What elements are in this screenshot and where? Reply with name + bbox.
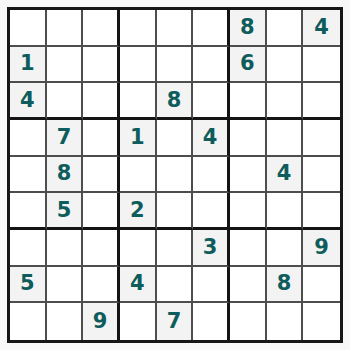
cell-r2c2[interactable] — [47, 47, 84, 84]
cell-r8c3[interactable] — [83, 267, 120, 304]
cell-r3c3[interactable] — [83, 83, 120, 120]
cell-r9c6[interactable] — [193, 303, 230, 340]
cell-r1c1[interactable] — [10, 10, 47, 47]
cell-r6c2[interactable]: 5 — [47, 193, 84, 230]
cell-r5c1[interactable] — [10, 157, 47, 194]
cell-r5c9[interactable] — [303, 157, 340, 194]
cell-r6c3[interactable] — [83, 193, 120, 230]
cell-r7c6[interactable]: 3 — [193, 230, 230, 267]
cell-r9c3[interactable]: 9 — [83, 303, 120, 340]
cell-r4c4[interactable]: 1 — [120, 120, 157, 157]
cell-r3c4[interactable] — [120, 83, 157, 120]
cell-r9c9[interactable] — [303, 303, 340, 340]
cell-r7c1[interactable] — [10, 230, 47, 267]
cell-r7c7[interactable] — [230, 230, 267, 267]
cell-r4c7[interactable] — [230, 120, 267, 157]
cell-r1c2[interactable] — [47, 10, 84, 47]
cell-r6c1[interactable] — [10, 193, 47, 230]
cell-r2c9[interactable] — [303, 47, 340, 84]
cell-r9c4[interactable] — [120, 303, 157, 340]
cell-r3c9[interactable] — [303, 83, 340, 120]
cell-r8c7[interactable] — [230, 267, 267, 304]
cell-r2c5[interactable] — [157, 47, 194, 84]
cell-r1c4[interactable] — [120, 10, 157, 47]
cell-r1c5[interactable] — [157, 10, 194, 47]
cell-r5c3[interactable] — [83, 157, 120, 194]
cell-r8c8[interactable]: 8 — [267, 267, 304, 304]
cell-r2c1[interactable]: 1 — [10, 47, 47, 84]
cell-r2c4[interactable] — [120, 47, 157, 84]
cell-r6c8[interactable] — [267, 193, 304, 230]
cell-r6c5[interactable] — [157, 193, 194, 230]
cell-r4c3[interactable] — [83, 120, 120, 157]
cell-r8c4[interactable]: 4 — [120, 267, 157, 304]
cell-r2c3[interactable] — [83, 47, 120, 84]
cell-r5c5[interactable] — [157, 157, 194, 194]
cell-r9c5[interactable]: 7 — [157, 303, 194, 340]
cell-r1c8[interactable] — [267, 10, 304, 47]
cell-r5c6[interactable] — [193, 157, 230, 194]
cell-r1c7[interactable]: 8 — [230, 10, 267, 47]
cell-r5c7[interactable] — [230, 157, 267, 194]
cell-r6c6[interactable] — [193, 193, 230, 230]
cell-r9c1[interactable] — [10, 303, 47, 340]
cell-r7c5[interactable] — [157, 230, 194, 267]
cell-r3c1[interactable]: 4 — [10, 83, 47, 120]
cell-r8c9[interactable] — [303, 267, 340, 304]
cell-r1c6[interactable] — [193, 10, 230, 47]
cell-r4c2[interactable]: 7 — [47, 120, 84, 157]
cell-r5c4[interactable] — [120, 157, 157, 194]
cell-r4c6[interactable]: 4 — [193, 120, 230, 157]
cell-r3c6[interactable] — [193, 83, 230, 120]
cell-r5c2[interactable]: 8 — [47, 157, 84, 194]
cell-r4c1[interactable] — [10, 120, 47, 157]
cell-r7c4[interactable] — [120, 230, 157, 267]
cell-r4c5[interactable] — [157, 120, 194, 157]
cell-r5c8[interactable]: 4 — [267, 157, 304, 194]
cell-r3c2[interactable] — [47, 83, 84, 120]
cell-r1c3[interactable] — [83, 10, 120, 47]
cell-r2c6[interactable] — [193, 47, 230, 84]
cell-r7c2[interactable] — [47, 230, 84, 267]
sudoku-grid: 84164871484523954897 — [10, 10, 340, 340]
cell-r8c1[interactable]: 5 — [10, 267, 47, 304]
cell-r2c7[interactable]: 6 — [230, 47, 267, 84]
cell-r2c8[interactable] — [267, 47, 304, 84]
cell-r6c9[interactable] — [303, 193, 340, 230]
cell-r6c7[interactable] — [230, 193, 267, 230]
cell-r3c7[interactable] — [230, 83, 267, 120]
cell-r8c5[interactable] — [157, 267, 194, 304]
cell-r4c8[interactable] — [267, 120, 304, 157]
cell-r9c7[interactable] — [230, 303, 267, 340]
cell-r6c4[interactable]: 2 — [120, 193, 157, 230]
cell-r7c8[interactable] — [267, 230, 304, 267]
cell-r1c9[interactable]: 4 — [303, 10, 340, 47]
cell-r9c2[interactable] — [47, 303, 84, 340]
cell-r3c8[interactable] — [267, 83, 304, 120]
cell-r7c3[interactable] — [83, 230, 120, 267]
cell-r8c2[interactable] — [47, 267, 84, 304]
cell-r8c6[interactable] — [193, 267, 230, 304]
sudoku-board: 84164871484523954897 — [7, 7, 343, 343]
cell-r4c9[interactable] — [303, 120, 340, 157]
cell-r3c5[interactable]: 8 — [157, 83, 194, 120]
cell-r7c9[interactable]: 9 — [303, 230, 340, 267]
cell-r9c8[interactable] — [267, 303, 304, 340]
